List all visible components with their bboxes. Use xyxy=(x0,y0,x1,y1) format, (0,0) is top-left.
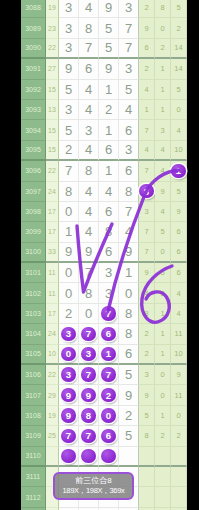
sum-value xyxy=(46,447,59,467)
chart-row: 30951524634410 xyxy=(21,141,187,161)
draw-digit: 7 xyxy=(79,365,99,385)
sum-value: 23 xyxy=(46,18,59,38)
chart-row: 3106223775309 xyxy=(21,365,187,385)
circled-number xyxy=(61,449,76,464)
draw-digit: 0 xyxy=(119,283,139,303)
sum-value: 13 xyxy=(46,100,59,120)
draw-digit: 8 xyxy=(119,182,139,202)
sum-value: 22 xyxy=(46,39,59,59)
draw-digit: 3 xyxy=(119,59,139,79)
stat-value: 4 xyxy=(155,161,171,181)
stat-value: 9 xyxy=(139,385,155,405)
period-label: 3091 xyxy=(21,59,46,79)
chart-row: 3099171484756 xyxy=(21,222,187,242)
circled-number xyxy=(81,449,96,464)
stat-value: 1 xyxy=(155,324,171,344)
period-label: 3093 xyxy=(21,100,46,120)
stat-value: 2 xyxy=(139,59,155,79)
circled-number: 3 xyxy=(81,347,96,362)
draw-digit: 5 xyxy=(119,426,139,446)
draw-digit: 4 xyxy=(79,182,99,202)
circled-number: 3 xyxy=(61,367,76,382)
period-label: 3101 xyxy=(21,263,46,283)
stat-value: 8 xyxy=(139,182,155,202)
draw-digit: 9 xyxy=(59,59,79,79)
stat-value: 6 xyxy=(171,243,187,263)
period-label: 3109 xyxy=(21,426,46,446)
draw-digit: 4 xyxy=(79,0,99,18)
circled-number: 9 xyxy=(61,408,76,423)
period-label: 3110 xyxy=(21,447,46,467)
chart-row: 3098170467349 xyxy=(21,202,187,222)
period-label: 3099 xyxy=(21,222,46,242)
draw-digit: 0 xyxy=(99,406,119,426)
draw-digit: 2 xyxy=(59,141,79,161)
draw-digit: 9 xyxy=(119,243,139,263)
chart-row: 31051003162110 xyxy=(21,345,187,365)
sum-value: 19 xyxy=(46,0,59,18)
stat-value: 9 xyxy=(139,263,155,283)
draw-digit xyxy=(119,447,139,467)
stat-value: 9 xyxy=(155,182,171,202)
draw-digit: 3 xyxy=(119,0,139,18)
chart-row: 3097248448895 xyxy=(21,182,187,202)
stat-value: 1 xyxy=(171,161,187,181)
chart-row: 3108199802510 xyxy=(21,406,187,426)
chart-row: 3093133424110 xyxy=(21,100,187,120)
stat-value: 0 xyxy=(155,365,171,385)
stat-value: 4 xyxy=(171,120,187,140)
draw-digit: 5 xyxy=(119,365,139,385)
stat-value: 1 xyxy=(155,304,171,324)
draw-digit: 0 xyxy=(59,263,79,283)
stat-value: 4 xyxy=(171,283,187,303)
draw-digit: 4 xyxy=(79,100,99,120)
stat-value: 5 xyxy=(155,222,171,242)
draw-digit: 4 xyxy=(119,222,139,242)
draw-digit: 6 xyxy=(99,202,119,222)
stat-value: 1 xyxy=(155,100,171,120)
chart-row: 3102110830484 xyxy=(21,283,187,303)
period-label: 3112 xyxy=(21,487,46,507)
stat-value: 11 xyxy=(171,324,187,344)
stat-value xyxy=(155,447,171,467)
stat-value: 3 xyxy=(139,202,155,222)
draw-digit: 3 xyxy=(59,365,79,385)
draw-digit: 0 xyxy=(79,304,99,324)
chart-row: 3094155316734 xyxy=(21,120,187,140)
draw-digit: 6 xyxy=(99,426,119,446)
draw-digit: 9 xyxy=(99,0,119,18)
circled-number: 0 xyxy=(61,347,76,362)
draw-digit: 0 xyxy=(59,283,79,303)
draw-digit: 7 xyxy=(79,324,99,344)
circled-number: 7 xyxy=(81,429,96,444)
stat-value: 5 xyxy=(139,406,155,426)
circled-number: 8 xyxy=(81,408,96,423)
chart-row: 31042437682111 xyxy=(21,324,187,344)
sum-value: 15 xyxy=(46,80,59,100)
stat-value xyxy=(171,467,187,487)
chart-row: 31072999299011 xyxy=(21,385,187,405)
stat-value xyxy=(139,487,155,507)
chart-row: 3088193493285 xyxy=(21,0,187,18)
draw-digit: 7 xyxy=(79,263,99,283)
sum-value: 24 xyxy=(46,182,59,202)
draw-digit: 5 xyxy=(99,18,119,38)
prediction-tooltip[interactable]: 前三位合8 189X，198X，369x xyxy=(53,472,134,500)
draw-digit: 1 xyxy=(99,161,119,181)
stat-value: 9 xyxy=(171,202,187,222)
stat-value: 6 xyxy=(139,39,155,59)
period-label: 3095 xyxy=(21,141,46,161)
draw-digit: 5 xyxy=(99,39,119,59)
stat-value: 2 xyxy=(171,18,187,38)
draw-digit: 9 xyxy=(59,406,79,426)
stat-value: 8 xyxy=(155,283,171,303)
circled-number: 8 xyxy=(139,184,154,199)
stat-value: 4 xyxy=(155,202,171,222)
stat-value: 0 xyxy=(171,100,187,120)
draw-digit: 7 xyxy=(99,304,119,324)
draw-digit: 5 xyxy=(59,80,79,100)
draw-digit: 8 xyxy=(79,283,99,303)
draw-digit: 3 xyxy=(59,324,79,344)
circled-number: 2 xyxy=(101,388,116,403)
stat-value: 9 xyxy=(171,365,187,385)
stat-value: 8 xyxy=(139,304,155,324)
period-label: 3106 xyxy=(21,365,46,385)
stat-value: 4 xyxy=(139,80,155,100)
draw-digit: 9 xyxy=(59,385,79,405)
trend-chart-table: 3088193493285308923385790230902237576214… xyxy=(21,0,187,510)
stat-value: 2 xyxy=(139,324,155,344)
circled-number: 7 xyxy=(61,429,76,444)
draw-digit: 1 xyxy=(99,120,119,140)
chart-row: 3109257765822 xyxy=(21,426,187,446)
stat-value: 11 xyxy=(171,385,187,405)
stat-value: 1 xyxy=(155,59,171,79)
draw-digit: 3 xyxy=(79,345,99,365)
draw-digit: 8 xyxy=(79,18,99,38)
draw-digit xyxy=(79,447,99,467)
stat-value: 0 xyxy=(155,385,171,405)
draw-digit: 6 xyxy=(99,324,119,344)
chart-row: 3096227816741 xyxy=(21,161,187,181)
draw-digit: 1 xyxy=(59,222,79,242)
draw-digit: 9 xyxy=(99,59,119,79)
sum-value: 11 xyxy=(46,283,59,303)
sum-value: 22 xyxy=(46,365,59,385)
stat-value: 5 xyxy=(171,80,187,100)
draw-digit: 6 xyxy=(99,141,119,161)
stat-value: 8 xyxy=(139,426,155,446)
stat-value xyxy=(139,467,155,487)
draw-digit: 0 xyxy=(59,202,79,222)
draw-digit: 3 xyxy=(99,283,119,303)
circled-number: 1 xyxy=(171,164,186,179)
stat-value: 6 xyxy=(171,263,187,283)
draw-digit: 4 xyxy=(99,182,119,202)
chart-row: 3110 xyxy=(21,447,187,467)
draw-digit: 8 xyxy=(79,406,99,426)
stat-value: 1 xyxy=(155,406,171,426)
circled-number: 3 xyxy=(61,327,76,342)
draw-digit: 7 xyxy=(59,161,79,181)
stat-value: 0 xyxy=(155,243,171,263)
period-label: 3090 xyxy=(21,39,46,59)
stat-value: 3 xyxy=(139,365,155,385)
draw-digit: 2 xyxy=(99,100,119,120)
period-label: 3102 xyxy=(21,283,46,303)
draw-digit: 8 xyxy=(119,324,139,344)
stat-value: 4 xyxy=(155,141,171,161)
draw-digit: 4 xyxy=(79,141,99,161)
period-label: 3111 xyxy=(21,467,46,487)
sum-value: 17 xyxy=(46,222,59,242)
stat-value: 8 xyxy=(155,0,171,18)
sum-value: 11 xyxy=(46,263,59,283)
draw-digit xyxy=(99,447,119,467)
chart-row: 30912796932114 xyxy=(21,59,187,79)
stat-value: 7 xyxy=(139,243,155,263)
draw-digit: 2 xyxy=(99,385,119,405)
sum-value: 24 xyxy=(46,324,59,344)
period-label: 3105 xyxy=(21,345,46,365)
tooltip-numbers: 189X，198X，369x xyxy=(55,486,132,495)
sum-value: 29 xyxy=(46,385,59,405)
draw-digit: 1 xyxy=(99,345,119,365)
stat-value: 7 xyxy=(139,120,155,140)
stat-value: 1 xyxy=(155,80,171,100)
stat-value: 10 xyxy=(171,345,187,365)
chart-row: 3101110731956 xyxy=(21,263,187,283)
chart-row: 3092155415415 xyxy=(21,80,187,100)
chart-rows: 3088193493285308923385790230902237576214… xyxy=(21,0,187,510)
sum-value: 17 xyxy=(46,304,59,324)
chart-row: 3100339969706 xyxy=(21,243,187,263)
tooltip-title: 前三位合8 xyxy=(55,476,132,486)
draw-digit: 7 xyxy=(99,365,119,385)
stat-value: 2 xyxy=(171,426,187,446)
circled-number: 1 xyxy=(101,347,116,362)
stat-value: 14 xyxy=(171,59,187,79)
period-label: 3094 xyxy=(21,120,46,140)
sum-value: 15 xyxy=(46,141,59,161)
lottery-trend-screen: 3088193493285308923385790230902237576214… xyxy=(0,0,199,510)
draw-digit: 7 xyxy=(119,202,139,222)
draw-digit: 8 xyxy=(59,182,79,202)
stat-value: 7 xyxy=(139,222,155,242)
stat-value: 7 xyxy=(139,161,155,181)
draw-digit: 1 xyxy=(99,80,119,100)
draw-digit: 1 xyxy=(119,263,139,283)
period-label: 3103 xyxy=(21,304,46,324)
draw-digit: 2 xyxy=(119,406,139,426)
draw-digit: 9 xyxy=(119,385,139,405)
stat-value: 1 xyxy=(139,100,155,120)
stat-value xyxy=(155,487,171,507)
stat-value xyxy=(171,447,187,467)
period-label: 3096 xyxy=(21,161,46,181)
draw-digit: 9 xyxy=(79,243,99,263)
period-label: 3100 xyxy=(21,243,46,263)
circled-number: 0 xyxy=(101,408,116,423)
circled-number xyxy=(101,449,116,464)
period-label: 3107 xyxy=(21,385,46,405)
draw-digit: 6 xyxy=(119,120,139,140)
draw-digit: 6 xyxy=(119,161,139,181)
stat-value: 5 xyxy=(171,182,187,202)
period-label: 3108 xyxy=(21,406,46,426)
draw-digit: 4 xyxy=(79,222,99,242)
draw-digit: 8 xyxy=(79,161,99,181)
draw-digit: 6 xyxy=(119,345,139,365)
circled-number: 9 xyxy=(61,388,76,403)
stat-value xyxy=(139,447,155,467)
draw-digit: 3 xyxy=(119,141,139,161)
stat-value: 2 xyxy=(139,345,155,365)
draw-digit: 6 xyxy=(79,59,99,79)
draw-digit: 3 xyxy=(59,18,79,38)
circled-number: 7 xyxy=(81,367,96,382)
stat-value: 14 xyxy=(171,39,187,59)
stat-value: 4 xyxy=(139,283,155,303)
draw-digit: 3 xyxy=(59,100,79,120)
draw-digit: 8 xyxy=(119,304,139,324)
draw-digit: 9 xyxy=(59,243,79,263)
draw-digit: 0 xyxy=(59,345,79,365)
chart-row: 3103172078814 xyxy=(21,304,187,324)
stat-value: 5 xyxy=(155,263,171,283)
stat-value: 0 xyxy=(171,406,187,426)
stat-value: 0 xyxy=(155,18,171,38)
circled-number: 6 xyxy=(101,429,116,444)
period-label: 3092 xyxy=(21,80,46,100)
draw-digit: 3 xyxy=(59,39,79,59)
draw-digit: 4 xyxy=(119,100,139,120)
sum-value: 22 xyxy=(46,161,59,181)
period-label: 3089 xyxy=(21,18,46,38)
stat-value: 2 xyxy=(155,426,171,446)
stat-value: 3 xyxy=(155,120,171,140)
draw-digit: 7 xyxy=(59,426,79,446)
chart-row: 3089233857902 xyxy=(21,18,187,38)
draw-digit: 7 xyxy=(79,426,99,446)
circled-number: 7 xyxy=(101,367,116,382)
stat-value: 2 xyxy=(139,0,155,18)
draw-digit: 8 xyxy=(99,222,119,242)
circled-number: 9 xyxy=(81,388,96,403)
draw-digit: 7 xyxy=(79,39,99,59)
sum-value: 17 xyxy=(46,202,59,222)
draw-digit: 5 xyxy=(59,120,79,140)
stat-value: 1 xyxy=(155,345,171,365)
draw-digit xyxy=(59,447,79,467)
stat-value xyxy=(171,487,187,507)
period-label: 3097 xyxy=(21,182,46,202)
sum-value: 33 xyxy=(46,243,59,263)
draw-digit: 7 xyxy=(119,39,139,59)
draw-digit: 5 xyxy=(119,80,139,100)
draw-digit: 4 xyxy=(79,80,99,100)
stat-value: 2 xyxy=(155,39,171,59)
sum-value: 15 xyxy=(46,120,59,140)
stat-value: 4 xyxy=(139,141,155,161)
draw-digit: 3 xyxy=(99,263,119,283)
period-label: 3104 xyxy=(21,324,46,344)
chart-row: 30902237576214 xyxy=(21,39,187,59)
stat-value: 4 xyxy=(171,304,187,324)
circled-number: 7 xyxy=(101,306,116,321)
sum-value: 25 xyxy=(46,426,59,446)
draw-digit: 7 xyxy=(119,18,139,38)
sum-value: 10 xyxy=(46,345,59,365)
stat-value xyxy=(155,467,171,487)
stat-value: 9 xyxy=(139,18,155,38)
stat-value: 5 xyxy=(171,0,187,18)
draw-digit: 4 xyxy=(79,202,99,222)
draw-digit: 3 xyxy=(59,0,79,18)
period-label: 3088 xyxy=(21,0,46,18)
period-label: 3098 xyxy=(21,202,46,222)
draw-digit: 3 xyxy=(79,120,99,140)
circled-number: 6 xyxy=(101,327,116,342)
draw-digit: 9 xyxy=(79,385,99,405)
sum-value: 19 xyxy=(46,406,59,426)
stat-value: 10 xyxy=(171,141,187,161)
draw-digit: 2 xyxy=(59,304,79,324)
stat-value: 6 xyxy=(171,222,187,242)
draw-digit: 6 xyxy=(99,243,119,263)
sum-value: 27 xyxy=(46,59,59,79)
circled-number: 7 xyxy=(81,327,96,342)
